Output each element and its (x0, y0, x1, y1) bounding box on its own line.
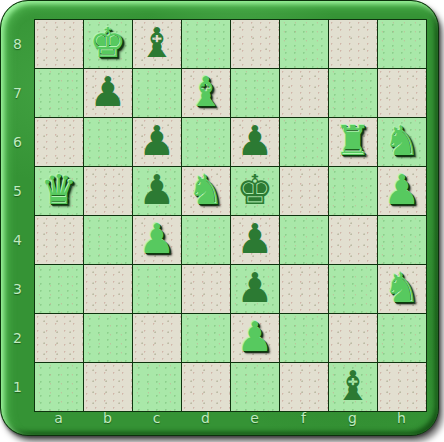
square-a6[interactable] (35, 118, 83, 166)
square-f7[interactable] (280, 69, 328, 117)
white-knight-piece[interactable]: ♞ (384, 264, 421, 312)
white-pawn-piece[interactable]: ♟ (384, 166, 421, 214)
square-h1[interactable] (378, 363, 426, 411)
square-g8[interactable] (329, 20, 377, 68)
square-a8[interactable] (35, 20, 83, 68)
square-f2[interactable] (280, 314, 328, 362)
square-d7[interactable]: ♝ (182, 69, 230, 117)
square-c5[interactable]: ♟ (133, 167, 181, 215)
file-label-c: c (132, 405, 181, 431)
rank-label-6: 6 (1, 117, 34, 166)
square-d1[interactable] (182, 363, 230, 411)
square-d2[interactable] (182, 314, 230, 362)
square-b4[interactable] (84, 216, 132, 264)
black-pawn-piece[interactable]: ♟ (237, 264, 274, 312)
square-e5[interactable]: ♚ (231, 167, 279, 215)
black-pawn-piece[interactable]: ♟ (139, 166, 176, 214)
square-b7[interactable]: ♟ (84, 69, 132, 117)
square-e2[interactable]: ♟ (231, 314, 279, 362)
square-e7[interactable] (231, 69, 279, 117)
square-g1[interactable]: ♝ (329, 363, 377, 411)
square-g5[interactable] (329, 167, 377, 215)
white-pawn-piece[interactable]: ♟ (139, 215, 176, 263)
square-b6[interactable] (84, 118, 132, 166)
white-knight-piece[interactable]: ♞ (384, 117, 421, 165)
square-d5[interactable]: ♞ (182, 167, 230, 215)
square-a1[interactable] (35, 363, 83, 411)
square-c4[interactable]: ♟ (133, 216, 181, 264)
square-h8[interactable] (378, 20, 426, 68)
file-label-a: a (34, 405, 83, 431)
white-queen-piece[interactable]: ♛ (41, 166, 78, 214)
square-c1[interactable] (133, 363, 181, 411)
rank-label-8: 8 (1, 19, 34, 68)
rank-labels: 87654321 (1, 19, 34, 411)
file-label-b: b (83, 405, 132, 431)
square-b1[interactable] (84, 363, 132, 411)
white-pawn-piece[interactable]: ♟ (237, 313, 274, 361)
square-c6[interactable]: ♟ (133, 118, 181, 166)
file-label-f: f (279, 405, 328, 431)
square-g4[interactable] (329, 216, 377, 264)
black-pawn-piece[interactable]: ♟ (90, 68, 127, 116)
square-d8[interactable] (182, 20, 230, 68)
square-e1[interactable] (231, 363, 279, 411)
square-f1[interactable] (280, 363, 328, 411)
chess-board-frame: 87654321 ♚♝♟♝♟♟♜♞♛♟♞♚♟♟♟♟♞♟♝ abcdefgh (0, 0, 439, 436)
square-g6[interactable]: ♜ (329, 118, 377, 166)
rank-label-4: 4 (1, 215, 34, 264)
file-labels: abcdefgh (34, 405, 426, 431)
square-b8[interactable]: ♚ (84, 20, 132, 68)
white-knight-piece[interactable]: ♞ (188, 166, 225, 214)
file-label-g: g (328, 405, 377, 431)
square-f5[interactable] (280, 167, 328, 215)
square-g2[interactable] (329, 314, 377, 362)
square-c2[interactable] (133, 314, 181, 362)
black-bishop-piece[interactable]: ♝ (139, 19, 176, 67)
square-c7[interactable] (133, 69, 181, 117)
black-king-piece[interactable]: ♚ (237, 166, 274, 214)
square-a5[interactable]: ♛ (35, 167, 83, 215)
square-b3[interactable] (84, 265, 132, 313)
square-h6[interactable]: ♞ (378, 118, 426, 166)
square-d6[interactable] (182, 118, 230, 166)
square-a2[interactable] (35, 314, 83, 362)
square-h7[interactable] (378, 69, 426, 117)
square-b2[interactable] (84, 314, 132, 362)
square-a7[interactable] (35, 69, 83, 117)
file-label-h: h (377, 405, 426, 431)
square-f8[interactable] (280, 20, 328, 68)
square-e6[interactable]: ♟ (231, 118, 279, 166)
black-bishop-piece[interactable]: ♝ (335, 362, 372, 410)
square-e8[interactable] (231, 20, 279, 68)
white-king-piece[interactable]: ♚ (90, 19, 127, 67)
rank-label-3: 3 (1, 264, 34, 313)
square-h5[interactable]: ♟ (378, 167, 426, 215)
black-pawn-piece[interactable]: ♟ (139, 117, 176, 165)
square-a3[interactable] (35, 265, 83, 313)
white-bishop-piece[interactable]: ♝ (188, 68, 225, 116)
file-label-d: d (181, 405, 230, 431)
square-b5[interactable] (84, 167, 132, 215)
black-pawn-piece[interactable]: ♟ (237, 215, 274, 263)
square-h2[interactable] (378, 314, 426, 362)
chess-board[interactable]: ♚♝♟♝♟♟♜♞♛♟♞♚♟♟♟♟♞♟♝ (34, 19, 427, 412)
rank-label-2: 2 (1, 313, 34, 362)
square-a4[interactable] (35, 216, 83, 264)
square-e4[interactable]: ♟ (231, 216, 279, 264)
square-d4[interactable] (182, 216, 230, 264)
square-g3[interactable] (329, 265, 377, 313)
black-pawn-piece[interactable]: ♟ (237, 117, 274, 165)
file-label-e: e (230, 405, 279, 431)
square-c8[interactable]: ♝ (133, 20, 181, 68)
rank-label-7: 7 (1, 68, 34, 117)
square-c3[interactable] (133, 265, 181, 313)
white-rook-piece[interactable]: ♜ (335, 117, 372, 165)
square-e3[interactable]: ♟ (231, 265, 279, 313)
square-h4[interactable] (378, 216, 426, 264)
square-f6[interactable] (280, 118, 328, 166)
square-d3[interactable] (182, 265, 230, 313)
square-f4[interactable] (280, 216, 328, 264)
square-h3[interactable]: ♞ (378, 265, 426, 313)
rank-label-1: 1 (1, 362, 34, 411)
square-f3[interactable] (280, 265, 328, 313)
square-g7[interactable] (329, 69, 377, 117)
rank-label-5: 5 (1, 166, 34, 215)
